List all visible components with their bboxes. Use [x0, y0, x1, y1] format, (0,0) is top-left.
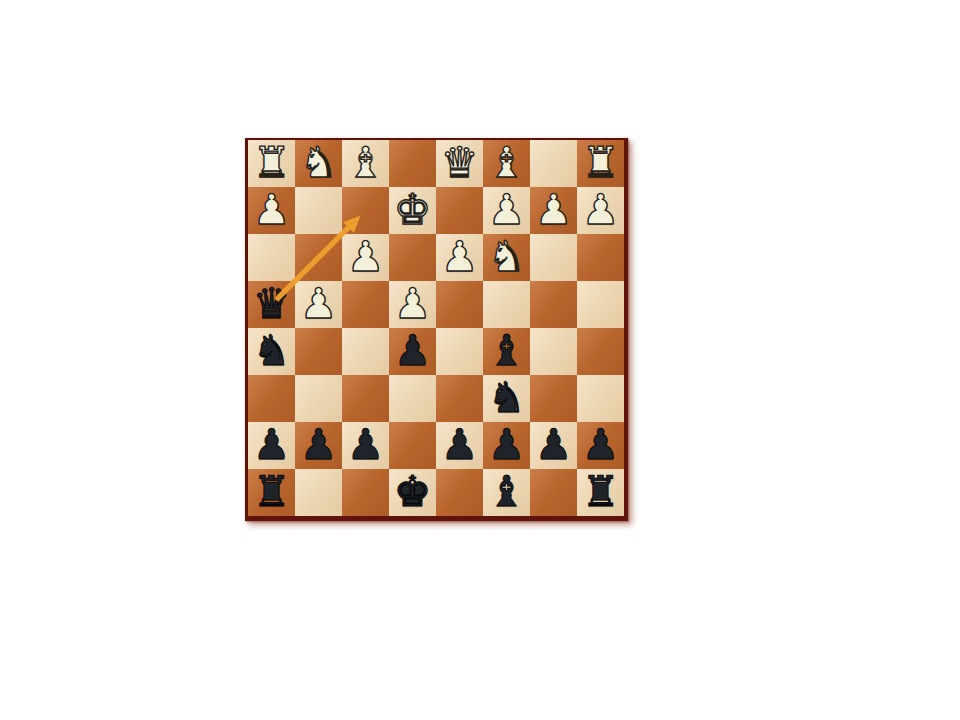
square-a1[interactable]: ♜	[577, 140, 624, 187]
square-g3[interactable]	[295, 234, 342, 281]
square-g2[interactable]	[295, 187, 342, 234]
square-d1[interactable]: ♛	[436, 140, 483, 187]
square-d4[interactable]	[436, 281, 483, 328]
square-f2[interactable]	[342, 187, 389, 234]
square-g6[interactable]	[295, 375, 342, 422]
black-knight-piece: ♞	[488, 375, 526, 421]
square-c3[interactable]: ♞	[483, 234, 530, 281]
square-b5[interactable]	[530, 328, 577, 375]
square-e5[interactable]: ♟	[389, 328, 436, 375]
white-knight-piece: ♞	[300, 140, 338, 186]
black-pawn-piece: ♟	[253, 422, 291, 468]
square-d7[interactable]: ♟	[436, 422, 483, 469]
square-d5[interactable]	[436, 328, 483, 375]
square-a8[interactable]: ♜	[577, 469, 624, 516]
square-f4[interactable]	[342, 281, 389, 328]
black-pawn-piece: ♟	[394, 328, 432, 374]
square-e7[interactable]	[389, 422, 436, 469]
square-f7[interactable]: ♟	[342, 422, 389, 469]
square-a7[interactable]: ♟	[577, 422, 624, 469]
square-a2[interactable]: ♟	[577, 187, 624, 234]
square-e6[interactable]	[389, 375, 436, 422]
square-f3[interactable]: ♟	[342, 234, 389, 281]
square-f6[interactable]	[342, 375, 389, 422]
square-d8[interactable]	[436, 469, 483, 516]
square-a4[interactable]	[577, 281, 624, 328]
square-f1[interactable]: ♝	[342, 140, 389, 187]
white-pawn-piece: ♟	[582, 187, 620, 233]
square-e2[interactable]: ♚	[389, 187, 436, 234]
square-b4[interactable]	[530, 281, 577, 328]
white-pawn-piece: ♟	[347, 234, 385, 280]
square-a5[interactable]	[577, 328, 624, 375]
square-a6[interactable]	[577, 375, 624, 422]
white-rook-piece: ♜	[253, 140, 291, 186]
square-b6[interactable]	[530, 375, 577, 422]
black-bishop-piece: ♝	[488, 328, 526, 374]
square-h8[interactable]: ♜	[248, 469, 295, 516]
white-queen-piece: ♛	[441, 140, 479, 186]
black-pawn-piece: ♟	[535, 422, 573, 468]
black-bishop-piece: ♝	[488, 469, 526, 515]
slide-background: ♜♞♝♛♝♜♟♚♟♟♟♟♟♞♛♟♟♞♟♝♞♟♟♟♟♟♟♟♜♚♝♜	[0, 0, 960, 720]
square-e4[interactable]: ♟	[389, 281, 436, 328]
white-bishop-piece: ♝	[488, 140, 526, 186]
square-d3[interactable]: ♟	[436, 234, 483, 281]
square-d2[interactable]	[436, 187, 483, 234]
square-d6[interactable]	[436, 375, 483, 422]
square-f5[interactable]	[342, 328, 389, 375]
square-f8[interactable]	[342, 469, 389, 516]
square-c2[interactable]: ♟	[483, 187, 530, 234]
white-rook-piece: ♜	[582, 140, 620, 186]
square-e3[interactable]	[389, 234, 436, 281]
black-rook-piece: ♜	[582, 469, 620, 515]
square-g8[interactable]	[295, 469, 342, 516]
black-pawn-piece: ♟	[488, 422, 526, 468]
white-pawn-piece: ♟	[394, 281, 432, 327]
black-pawn-piece: ♟	[300, 422, 338, 468]
black-pawn-piece: ♟	[582, 422, 620, 468]
square-b7[interactable]: ♟	[530, 422, 577, 469]
square-h1[interactable]: ♜	[248, 140, 295, 187]
black-pawn-piece: ♟	[441, 422, 479, 468]
square-h7[interactable]: ♟	[248, 422, 295, 469]
square-b1[interactable]	[530, 140, 577, 187]
square-h2[interactable]: ♟	[248, 187, 295, 234]
square-c5[interactable]: ♝	[483, 328, 530, 375]
chess-board-grid: ♜♞♝♛♝♜♟♚♟♟♟♟♟♞♛♟♟♞♟♝♞♟♟♟♟♟♟♟♜♚♝♜	[248, 140, 624, 516]
square-b3[interactable]	[530, 234, 577, 281]
square-g4[interactable]: ♟	[295, 281, 342, 328]
white-king-piece: ♚	[394, 187, 432, 233]
black-queen-piece: ♛	[253, 281, 291, 327]
square-c1[interactable]: ♝	[483, 140, 530, 187]
square-a3[interactable]	[577, 234, 624, 281]
white-pawn-piece: ♟	[488, 187, 526, 233]
white-pawn-piece: ♟	[441, 234, 479, 280]
square-c7[interactable]: ♟	[483, 422, 530, 469]
square-h5[interactable]: ♞	[248, 328, 295, 375]
black-pawn-piece: ♟	[347, 422, 385, 468]
square-c4[interactable]	[483, 281, 530, 328]
square-g5[interactable]	[295, 328, 342, 375]
white-pawn-piece: ♟	[535, 187, 573, 233]
white-bishop-piece: ♝	[347, 140, 385, 186]
white-knight-piece: ♞	[488, 234, 526, 280]
square-g1[interactable]: ♞	[295, 140, 342, 187]
square-c8[interactable]: ♝	[483, 469, 530, 516]
square-e1[interactable]	[389, 140, 436, 187]
black-knight-piece: ♞	[253, 328, 291, 374]
square-b8[interactable]	[530, 469, 577, 516]
square-g7[interactable]: ♟	[295, 422, 342, 469]
square-h6[interactable]	[248, 375, 295, 422]
white-pawn-piece: ♟	[253, 187, 291, 233]
square-c6[interactable]: ♞	[483, 375, 530, 422]
black-king-piece: ♚	[394, 469, 432, 515]
square-e8[interactable]: ♚	[389, 469, 436, 516]
white-pawn-piece: ♟	[300, 281, 338, 327]
square-h4[interactable]: ♛	[248, 281, 295, 328]
square-h3[interactable]	[248, 234, 295, 281]
square-b2[interactable]: ♟	[530, 187, 577, 234]
black-rook-piece: ♜	[253, 469, 291, 515]
chess-board: ♜♞♝♛♝♜♟♚♟♟♟♟♟♞♛♟♟♞♟♝♞♟♟♟♟♟♟♟♜♚♝♜	[245, 138, 628, 521]
